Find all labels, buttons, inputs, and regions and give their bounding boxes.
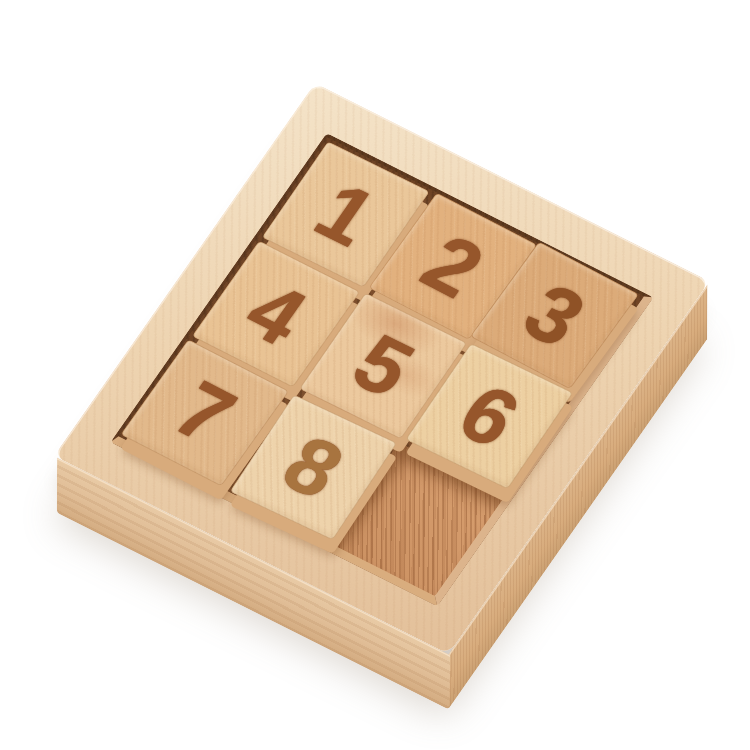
puzzle-tray: 1 2 3 4 — [54, 83, 710, 654]
tile-number: 3 — [510, 271, 599, 360]
product-photo-scene: 1 2 3 4 — [0, 0, 750, 750]
tile-number: 6 — [446, 372, 533, 461]
tile-number: 4 — [232, 269, 320, 358]
tile-number: 5 — [339, 321, 427, 410]
tile-number: 7 — [160, 369, 248, 458]
tile-number: 2 — [408, 222, 497, 311]
tile-number: 8 — [269, 423, 356, 511]
tile-number: 1 — [302, 170, 390, 259]
